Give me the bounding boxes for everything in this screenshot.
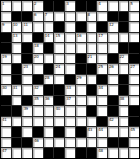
clue-number: 34 xyxy=(98,85,103,90)
block-cell xyxy=(129,43,139,53)
clue-number: 8 xyxy=(88,12,90,17)
block-cell xyxy=(76,22,86,32)
grid-cell[interactable] xyxy=(119,106,129,116)
block-cell xyxy=(87,106,97,116)
grid-cell[interactable]: 7 xyxy=(44,12,54,22)
block-cell xyxy=(44,85,54,95)
grid-cell[interactable]: 2 xyxy=(33,1,43,11)
grid-cell[interactable]: 6 xyxy=(33,12,43,22)
grid-cell[interactable] xyxy=(87,75,97,85)
grid-cell[interactable] xyxy=(12,117,22,127)
block-cell xyxy=(119,22,129,32)
grid-cell[interactable]: 45 xyxy=(129,127,139,137)
block-cell xyxy=(1,106,11,116)
clue-number: 32 xyxy=(34,85,39,90)
clue-number: 19 xyxy=(2,54,7,59)
block-cell xyxy=(54,1,64,11)
grid-cell[interactable] xyxy=(65,54,75,64)
grid-cell[interactable]: 40 xyxy=(54,106,64,116)
grid-cell[interactable] xyxy=(108,127,118,137)
grid-cell[interactable] xyxy=(129,85,139,95)
grid-cell[interactable] xyxy=(108,85,118,95)
block-cell xyxy=(33,33,43,43)
block-cell xyxy=(44,1,54,11)
block-cell xyxy=(44,64,54,74)
grid-cell[interactable]: 43 xyxy=(87,127,97,137)
grid-cell[interactable]: 34 xyxy=(97,85,107,95)
grid-cell[interactable] xyxy=(54,12,64,22)
grid-cell[interactable]: 20 xyxy=(33,54,43,64)
grid-cell[interactable] xyxy=(97,54,107,64)
grid-cell[interactable]: 37 xyxy=(65,96,75,106)
block-cell xyxy=(22,12,32,22)
clue-number: 22 xyxy=(120,54,125,59)
grid-cell[interactable]: 15 xyxy=(54,33,64,43)
grid-cell[interactable] xyxy=(119,127,129,137)
grid-cell[interactable] xyxy=(87,117,97,127)
grid-cell[interactable] xyxy=(87,33,97,43)
grid-cell[interactable] xyxy=(1,12,11,22)
block-cell xyxy=(129,106,139,116)
grid-cell[interactable]: 24 xyxy=(54,64,64,74)
block-cell xyxy=(119,12,129,22)
clue-number: 17 xyxy=(98,33,103,38)
grid-cell[interactable] xyxy=(33,117,43,127)
grid-cell[interactable] xyxy=(65,117,75,127)
grid-cell[interactable]: 30 xyxy=(1,85,11,95)
grid-cell[interactable] xyxy=(12,148,22,158)
clue-number: 39 xyxy=(23,106,28,111)
block-cell xyxy=(97,75,107,85)
clue-number: 44 xyxy=(98,127,103,132)
clue-number: 45 xyxy=(130,127,135,132)
grid-cell[interactable]: 39 xyxy=(22,106,32,116)
block-cell xyxy=(119,85,129,95)
grid-cell[interactable] xyxy=(76,43,86,53)
block-cell xyxy=(87,85,97,95)
block-cell xyxy=(54,127,64,137)
grid-cell[interactable] xyxy=(129,148,139,158)
grid-cell[interactable]: 19 xyxy=(1,54,11,64)
grid-cell[interactable] xyxy=(65,22,75,32)
clue-number: 3 xyxy=(66,1,68,6)
clue-number: 18 xyxy=(34,43,39,48)
grid-cell[interactable]: 32 xyxy=(33,85,43,95)
block-cell xyxy=(54,148,64,158)
block-cell xyxy=(12,12,22,22)
grid-cell[interactable] xyxy=(119,1,129,11)
block-cell xyxy=(119,43,129,53)
grid-cell[interactable]: 10 xyxy=(12,22,22,32)
clue-number: 24 xyxy=(55,64,60,69)
grid-cell[interactable] xyxy=(97,12,107,22)
block-cell xyxy=(108,106,118,116)
grid-cell[interactable]: 13 xyxy=(12,33,22,43)
grid-cell[interactable]: 17 xyxy=(97,33,107,43)
grid-cell[interactable] xyxy=(1,75,11,85)
grid-cell[interactable] xyxy=(22,117,32,127)
grid-cell[interactable] xyxy=(65,33,75,43)
clue-number: 28 xyxy=(45,75,50,80)
block-cell xyxy=(1,33,11,43)
grid-cell[interactable] xyxy=(54,117,64,127)
grid-cell[interactable]: 21 xyxy=(87,54,97,64)
block-cell xyxy=(12,138,22,148)
grid-cell[interactable] xyxy=(44,117,54,127)
grid-cell[interactable] xyxy=(65,43,75,53)
grid-cell[interactable] xyxy=(1,127,11,137)
block-cell xyxy=(129,117,139,127)
grid-cell[interactable] xyxy=(54,138,64,148)
grid-cell[interactable] xyxy=(65,138,75,148)
grid-cell[interactable] xyxy=(129,22,139,32)
clue-number: 29 xyxy=(77,75,82,80)
clue-number: 40 xyxy=(55,106,60,111)
block-cell xyxy=(76,64,86,74)
grid-cell[interactable] xyxy=(54,75,64,85)
clue-number: 7 xyxy=(45,12,47,17)
clue-number: 26 xyxy=(109,64,114,69)
grid-cell[interactable]: 4 xyxy=(97,1,107,11)
block-cell xyxy=(76,127,86,137)
grid-cell[interactable]: 42 xyxy=(108,117,118,127)
grid-cell[interactable] xyxy=(129,12,139,22)
block-cell xyxy=(87,148,97,158)
clue-number: 23 xyxy=(23,64,28,69)
block-cell xyxy=(44,148,54,158)
clue-number: 41 xyxy=(2,117,7,122)
grid-cell[interactable] xyxy=(76,117,86,127)
grid-cell[interactable] xyxy=(87,96,97,106)
grid-cell[interactable] xyxy=(54,43,64,53)
grid-cell[interactable]: 33 xyxy=(65,85,75,95)
clue-number: 1 xyxy=(2,1,4,6)
clue-number: 16 xyxy=(77,33,82,38)
grid-cell[interactable]: 25 xyxy=(97,64,107,74)
clue-number: 20 xyxy=(34,54,39,59)
grid-cell[interactable] xyxy=(54,54,64,64)
grid-cell[interactable] xyxy=(33,106,43,116)
grid-cell[interactable]: 9 xyxy=(1,22,11,32)
block-cell xyxy=(108,54,118,64)
block-cell xyxy=(22,96,32,106)
block-cell xyxy=(1,96,11,106)
clue-number: 46 xyxy=(34,138,39,143)
block-cell xyxy=(76,1,86,11)
clue-number: 33 xyxy=(66,85,71,90)
grid-cell[interactable] xyxy=(65,127,75,137)
clue-number: 12 xyxy=(109,22,114,27)
clue-number: 21 xyxy=(88,54,93,59)
block-cell xyxy=(12,64,22,74)
grid-cell[interactable] xyxy=(44,106,54,116)
grid-cell[interactable]: 18 xyxy=(33,43,43,53)
block-cell xyxy=(119,75,129,85)
clue-number: 35 xyxy=(34,96,39,101)
grid-cell[interactable] xyxy=(1,138,11,148)
grid-cell[interactable] xyxy=(76,138,86,148)
grid-cell[interactable]: 16 xyxy=(76,33,86,43)
clue-number: 25 xyxy=(98,64,103,69)
grid-cell[interactable] xyxy=(119,33,129,43)
grid-cell[interactable] xyxy=(1,64,11,74)
block-cell xyxy=(129,54,139,64)
block-cell xyxy=(54,22,64,32)
grid-cell[interactable]: 31 xyxy=(12,85,22,95)
grid-cell[interactable] xyxy=(97,106,107,116)
block-cell xyxy=(108,96,118,106)
grid-cell[interactable] xyxy=(76,12,86,22)
grid-cell[interactable]: 11 xyxy=(22,22,32,32)
grid-cell[interactable] xyxy=(76,106,86,116)
grid-cell[interactable] xyxy=(76,96,86,106)
grid-cell[interactable] xyxy=(87,43,97,53)
clue-number: 31 xyxy=(13,85,18,90)
grid-cell[interactable] xyxy=(33,22,43,32)
grid-cell[interactable] xyxy=(129,96,139,106)
grid-cell[interactable]: 47 xyxy=(1,148,11,158)
clue-number: 15 xyxy=(55,33,60,38)
grid-cell[interactable]: 8 xyxy=(87,12,97,22)
block-cell xyxy=(12,75,22,85)
grid-cell[interactable]: 28 xyxy=(44,75,54,85)
grid-cell[interactable] xyxy=(108,148,118,158)
clue-number: 14 xyxy=(45,33,50,38)
grid-cell[interactable] xyxy=(119,148,129,158)
grid-cell[interactable]: 26 xyxy=(108,64,118,74)
grid-cell[interactable] xyxy=(97,96,107,106)
block-cell xyxy=(76,148,86,158)
grid-cell[interactable]: 44 xyxy=(97,127,107,137)
grid-cell[interactable] xyxy=(44,22,54,32)
grid-cell[interactable] xyxy=(22,1,32,11)
clue-number: 9 xyxy=(2,22,4,27)
grid-cell[interactable] xyxy=(108,1,118,11)
clue-number: 38 xyxy=(120,96,125,101)
grid-cell[interactable] xyxy=(129,138,139,148)
grid-cell[interactable]: 5 xyxy=(129,1,139,11)
block-cell xyxy=(119,138,129,148)
block-cell xyxy=(1,43,11,53)
grid-cell[interactable]: 3 xyxy=(65,1,75,11)
clue-number: 6 xyxy=(34,12,36,17)
block-cell xyxy=(22,138,32,148)
grid-cell[interactable] xyxy=(129,75,139,85)
grid-cell[interactable] xyxy=(65,12,75,22)
block-cell xyxy=(22,54,32,64)
block-cell xyxy=(87,1,97,11)
block-cell xyxy=(12,127,22,137)
grid-cell[interactable] xyxy=(12,54,22,64)
crossword-grid: 1234567891011121314151617181920212223242… xyxy=(0,0,140,159)
grid-cell[interactable] xyxy=(65,148,75,158)
grid-cell[interactable] xyxy=(22,75,32,85)
clue-number: 42 xyxy=(109,117,114,122)
grid-cell[interactable] xyxy=(22,127,32,137)
block-cell xyxy=(44,43,54,53)
grid-cell[interactable]: 1 xyxy=(1,1,11,11)
grid-cell[interactable]: 35 xyxy=(33,96,43,106)
clue-number: 11 xyxy=(23,22,28,27)
grid-cell[interactable] xyxy=(22,33,32,43)
clue-number: 13 xyxy=(13,33,18,38)
grid-cell[interactable] xyxy=(65,106,75,116)
grid-cell[interactable] xyxy=(33,148,43,158)
grid-cell[interactable] xyxy=(65,64,75,74)
grid-cell[interactable] xyxy=(129,33,139,43)
clue-number: 5 xyxy=(130,1,132,6)
grid-cell[interactable]: 48 xyxy=(97,148,107,158)
clue-number: 36 xyxy=(45,96,50,101)
grid-cell[interactable] xyxy=(108,33,118,43)
grid-cell[interactable] xyxy=(76,85,86,95)
grid-cell[interactable] xyxy=(12,96,22,106)
block-cell xyxy=(97,22,107,32)
clue-number: 48 xyxy=(98,148,103,153)
grid-cell[interactable] xyxy=(97,138,107,148)
grid-cell[interactable] xyxy=(87,22,97,32)
clue-number: 47 xyxy=(2,148,7,153)
grid-cell[interactable]: 23 xyxy=(22,64,32,74)
block-cell xyxy=(87,64,97,74)
grid-cell[interactable]: 22 xyxy=(119,54,129,64)
grid-cell[interactable] xyxy=(22,148,32,158)
grid-cell[interactable] xyxy=(44,54,54,64)
clue-number: 30 xyxy=(2,85,7,90)
block-cell xyxy=(65,75,75,85)
block-cell xyxy=(108,12,118,22)
grid-cell[interactable]: 46 xyxy=(33,138,43,148)
grid-cell[interactable] xyxy=(44,138,54,148)
grid-cell[interactable]: 14 xyxy=(44,33,54,43)
block-cell xyxy=(108,138,118,148)
clue-number: 37 xyxy=(66,96,71,101)
grid-cell[interactable] xyxy=(44,127,54,137)
grid-cell[interactable] xyxy=(119,117,129,127)
grid-cell[interactable]: 38 xyxy=(119,96,129,106)
grid-cell[interactable] xyxy=(12,1,22,11)
grid-cell[interactable] xyxy=(108,43,118,53)
clue-number: 4 xyxy=(98,1,100,6)
grid-cell[interactable] xyxy=(12,43,22,53)
block-cell xyxy=(12,106,22,116)
block-cell xyxy=(76,54,86,64)
clue-number: 2 xyxy=(34,1,36,6)
clue-number: 43 xyxy=(88,127,93,132)
grid-cell[interactable] xyxy=(33,64,43,74)
grid-cell[interactable] xyxy=(108,75,118,85)
grid-cell[interactable]: 12 xyxy=(108,22,118,32)
clue-number: 27 xyxy=(130,64,135,69)
grid-cell[interactable] xyxy=(87,138,97,148)
block-cell xyxy=(97,117,107,127)
block-cell xyxy=(33,127,43,137)
clue-number: 10 xyxy=(13,22,18,27)
block-cell xyxy=(54,96,64,106)
grid-cell[interactable] xyxy=(22,85,32,95)
grid-cell[interactable]: 27 xyxy=(129,64,139,74)
grid-cell[interactable]: 41 xyxy=(1,117,11,127)
grid-cell[interactable]: 36 xyxy=(44,96,54,106)
block-cell xyxy=(54,85,64,95)
block-cell xyxy=(33,75,43,85)
grid-cell[interactable]: 29 xyxy=(76,75,86,85)
grid-cell[interactable] xyxy=(119,64,129,74)
grid-cell[interactable] xyxy=(97,43,107,53)
block-cell xyxy=(22,43,32,53)
